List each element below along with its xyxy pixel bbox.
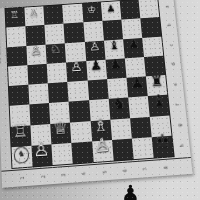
captured-piece: ♟ bbox=[121, 181, 140, 200]
white-pawn-a2: ♙ bbox=[29, 8, 38, 18]
white-queen-g3: ♕ bbox=[52, 120, 68, 138]
black-pawn-e7: ♟ bbox=[130, 75, 144, 90]
black-pawn-d5: ♟ bbox=[90, 59, 103, 73]
black-pawn-a6: ♟ bbox=[106, 3, 116, 13]
black-rook-e8: ♜ bbox=[150, 74, 165, 89]
coord-rank-6: 6 bbox=[122, 169, 128, 173]
coord-file-g: g bbox=[176, 123, 182, 126]
coord-file-h: h bbox=[178, 144, 184, 148]
black-bishop-c6: ♝ bbox=[108, 39, 120, 51]
chess-board: US CHESS abcdefgh 12345678 ♞ ♖♙♔♟♙♘♙♝♟♙♟… bbox=[0, 0, 193, 188]
coord-file-c: c bbox=[168, 43, 174, 46]
white-pawn-h5: ♙ bbox=[93, 137, 111, 156]
white-pawn-h2: ♙ bbox=[33, 141, 51, 160]
coord-rank-7: 7 bbox=[142, 167, 148, 171]
white-bishop-g5: ♗ bbox=[92, 117, 109, 135]
coord-file-a: a bbox=[164, 5, 170, 8]
black-pawn-c7: ♟ bbox=[128, 38, 140, 50]
coord-file-b: b bbox=[166, 24, 172, 27]
white-pawn-c2: ♙ bbox=[30, 45, 42, 57]
black-knight-f6: ♞ bbox=[111, 96, 127, 112]
white-pawn-c5: ♙ bbox=[89, 40, 101, 52]
coord-rank-4: 4 bbox=[81, 172, 87, 176]
coord-file-e: e bbox=[172, 83, 178, 86]
white-pawn-d4: ♙ bbox=[70, 61, 83, 75]
coord-rank-5: 5 bbox=[101, 170, 107, 174]
pieces-layer: ♖♙♔♟♙♘♙♝♟♙♟♟♟♜♞♝♖♕♗♙♙♚ bbox=[4, 0, 174, 169]
black-pawn-d6: ♟ bbox=[109, 58, 122, 72]
white-rook-g1: ♖ bbox=[12, 123, 28, 141]
coord-rank-8: 8 bbox=[162, 166, 168, 170]
coord-rank-2: 2 bbox=[40, 175, 46, 179]
chessboard-photo: US CHESS abcdefgh 12345678 ♞ ♖♙♔♟♙♘♙♝♟♙♟… bbox=[0, 0, 200, 200]
white-rook-a1: ♖ bbox=[10, 9, 19, 19]
black-king-h8: ♚ bbox=[154, 132, 172, 151]
white-king-a5: ♔ bbox=[87, 4, 97, 14]
white-knight-c3: ♘ bbox=[50, 43, 62, 55]
black-bishop-f8: ♝ bbox=[151, 93, 167, 109]
coord-rank-1: 1 bbox=[19, 176, 25, 180]
coord-file-f: f bbox=[174, 104, 180, 106]
coord-rank-3: 3 bbox=[60, 173, 66, 177]
coord-file-d: d bbox=[170, 63, 176, 66]
